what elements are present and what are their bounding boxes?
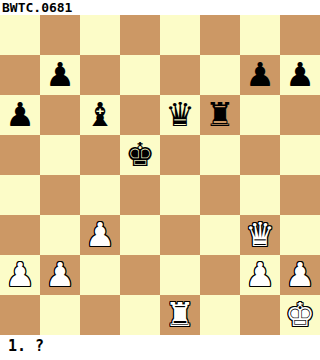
square-c5[interactable] (80, 135, 120, 175)
square-e6[interactable]: ♛ (160, 95, 200, 135)
square-g4[interactable] (240, 175, 280, 215)
square-f7[interactable] (200, 55, 240, 95)
square-g8[interactable] (240, 15, 280, 55)
square-b7[interactable]: ♟ (40, 55, 80, 95)
square-a6[interactable]: ♟ (0, 95, 40, 135)
square-d2[interactable] (120, 255, 160, 295)
white-king-h1: ♚ (285, 295, 315, 335)
square-h2[interactable]: ♟ (280, 255, 320, 295)
square-c7[interactable] (80, 55, 120, 95)
square-g3[interactable]: ♛ (240, 215, 280, 255)
move-prompt: 1. ? (8, 337, 44, 355)
square-a8[interactable] (0, 15, 40, 55)
square-b1[interactable] (40, 295, 80, 335)
square-f1[interactable] (200, 295, 240, 335)
square-g1[interactable] (240, 295, 280, 335)
square-a4[interactable] (0, 175, 40, 215)
square-h6[interactable] (280, 95, 320, 135)
square-g7[interactable]: ♟ (240, 55, 280, 95)
black-pawn-a6: ♟ (5, 95, 35, 135)
square-e8[interactable] (160, 15, 200, 55)
white-pawn-a2: ♟ (5, 255, 35, 295)
square-a5[interactable] (0, 135, 40, 175)
square-g2[interactable]: ♟ (240, 255, 280, 295)
square-g5[interactable] (240, 135, 280, 175)
square-b8[interactable] (40, 15, 80, 55)
chess-puzzle-page: BWTC.0681 ♟♟♟♟♝♛♜♚♟♛♟♟♟♟♜♚ 1. ? (0, 0, 320, 360)
square-d6[interactable] (120, 95, 160, 135)
black-queen-e6: ♛ (165, 95, 195, 135)
square-d3[interactable] (120, 215, 160, 255)
white-pawn-b2: ♟ (45, 255, 75, 295)
square-h8[interactable] (280, 15, 320, 55)
square-c6[interactable]: ♝ (80, 95, 120, 135)
square-e2[interactable] (160, 255, 200, 295)
black-pawn-b7: ♟ (45, 55, 75, 95)
square-b5[interactable] (40, 135, 80, 175)
square-d5[interactable]: ♚ (120, 135, 160, 175)
square-h1[interactable]: ♚ (280, 295, 320, 335)
square-a3[interactable] (0, 215, 40, 255)
white-queen-g3: ♛ (245, 215, 275, 255)
square-d1[interactable] (120, 295, 160, 335)
square-c1[interactable] (80, 295, 120, 335)
square-a2[interactable]: ♟ (0, 255, 40, 295)
black-rook-f6: ♜ (205, 95, 235, 135)
square-c3[interactable]: ♟ (80, 215, 120, 255)
white-rook-e1: ♜ (165, 295, 195, 335)
white-pawn-c3: ♟ (85, 215, 115, 255)
white-pawn-h2: ♟ (285, 255, 315, 295)
square-e5[interactable] (160, 135, 200, 175)
white-pawn-g2: ♟ (245, 255, 275, 295)
square-e1[interactable]: ♜ (160, 295, 200, 335)
square-h7[interactable]: ♟ (280, 55, 320, 95)
square-f8[interactable] (200, 15, 240, 55)
square-b6[interactable] (40, 95, 80, 135)
square-a7[interactable] (0, 55, 40, 95)
diagram-title: BWTC.0681 (2, 0, 72, 15)
chess-board: ♟♟♟♟♝♛♜♚♟♛♟♟♟♟♜♚ (0, 15, 320, 335)
black-bishop-c6: ♝ (85, 95, 115, 135)
square-e3[interactable] (160, 215, 200, 255)
black-pawn-g7: ♟ (245, 55, 275, 95)
square-h3[interactable] (280, 215, 320, 255)
square-c2[interactable] (80, 255, 120, 295)
square-f6[interactable]: ♜ (200, 95, 240, 135)
square-d8[interactable] (120, 15, 160, 55)
square-g6[interactable] (240, 95, 280, 135)
square-h4[interactable] (280, 175, 320, 215)
square-b4[interactable] (40, 175, 80, 215)
square-e7[interactable] (160, 55, 200, 95)
square-d4[interactable] (120, 175, 160, 215)
square-f4[interactable] (200, 175, 240, 215)
square-h5[interactable] (280, 135, 320, 175)
black-pawn-h7: ♟ (285, 55, 315, 95)
square-c4[interactable] (80, 175, 120, 215)
square-e4[interactable] (160, 175, 200, 215)
black-king-d5: ♚ (125, 135, 155, 175)
square-b2[interactable]: ♟ (40, 255, 80, 295)
square-c8[interactable] (80, 15, 120, 55)
square-a1[interactable] (0, 295, 40, 335)
square-f3[interactable] (200, 215, 240, 255)
square-f5[interactable] (200, 135, 240, 175)
square-f2[interactable] (200, 255, 240, 295)
square-b3[interactable] (40, 215, 80, 255)
square-d7[interactable] (120, 55, 160, 95)
